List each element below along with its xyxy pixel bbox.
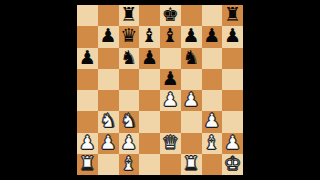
square-h7[interactable]: ♟: [222, 26, 243, 47]
piece-black-knight[interactable]: ♞: [183, 48, 200, 67]
square-d7[interactable]: ♝: [139, 26, 160, 47]
piece-black-pawn[interactable]: ♟: [162, 69, 179, 88]
piece-white-bishop[interactable]: ♝: [120, 154, 137, 173]
square-e7[interactable]: ♝: [160, 26, 181, 47]
piece-black-pawn[interactable]: ♟: [100, 26, 117, 45]
piece-black-king[interactable]: ♚: [162, 5, 179, 24]
piece-white-pawn[interactable]: ♟: [224, 133, 241, 152]
square-a7[interactable]: [77, 26, 98, 47]
piece-white-pawn[interactable]: ♟: [203, 111, 220, 130]
square-f5[interactable]: [181, 69, 202, 90]
square-h1[interactable]: ♚: [222, 154, 243, 175]
square-g3[interactable]: ♟: [202, 111, 223, 132]
square-b8[interactable]: [98, 5, 119, 26]
square-e4[interactable]: ♟: [160, 90, 181, 111]
square-g8[interactable]: [202, 5, 223, 26]
square-d1[interactable]: [139, 154, 160, 175]
piece-black-bishop[interactable]: ♝: [141, 26, 158, 45]
square-d4[interactable]: [139, 90, 160, 111]
square-f1[interactable]: ♜: [181, 154, 202, 175]
square-c1[interactable]: ♝: [119, 154, 140, 175]
square-g2[interactable]: ♝: [202, 133, 223, 154]
square-d5[interactable]: [139, 69, 160, 90]
square-a8[interactable]: [77, 5, 98, 26]
square-e6[interactable]: [160, 48, 181, 69]
square-g6[interactable]: [202, 48, 223, 69]
square-e1[interactable]: [160, 154, 181, 175]
piece-white-queen[interactable]: ♛: [162, 133, 179, 152]
piece-white-pawn[interactable]: ♟: [100, 133, 117, 152]
square-a5[interactable]: [77, 69, 98, 90]
piece-black-pawn[interactable]: ♟: [224, 26, 241, 45]
square-b7[interactable]: ♟: [98, 26, 119, 47]
square-f2[interactable]: [181, 133, 202, 154]
square-g1[interactable]: [202, 154, 223, 175]
square-c5[interactable]: [119, 69, 140, 90]
piece-white-pawn[interactable]: ♟: [120, 133, 137, 152]
square-h3[interactable]: [222, 111, 243, 132]
piece-black-rook[interactable]: ♜: [224, 5, 241, 24]
square-c2[interactable]: ♟: [119, 133, 140, 154]
piece-white-knight[interactable]: ♞: [120, 111, 137, 130]
square-c8[interactable]: ♜: [119, 5, 140, 26]
square-a6[interactable]: ♟: [77, 48, 98, 69]
square-c6[interactable]: ♞: [119, 48, 140, 69]
piece-black-rook[interactable]: ♜: [120, 5, 137, 24]
piece-black-pawn[interactable]: ♟: [203, 26, 220, 45]
piece-black-pawn[interactable]: ♟: [183, 26, 200, 45]
square-a3[interactable]: [77, 111, 98, 132]
square-h5[interactable]: [222, 69, 243, 90]
square-d2[interactable]: [139, 133, 160, 154]
piece-black-queen[interactable]: ♛: [120, 26, 137, 45]
square-b6[interactable]: [98, 48, 119, 69]
square-h8[interactable]: ♜: [222, 5, 243, 26]
square-c7[interactable]: ♛: [119, 26, 140, 47]
square-f7[interactable]: ♟: [181, 26, 202, 47]
square-e3[interactable]: [160, 111, 181, 132]
square-g7[interactable]: ♟: [202, 26, 223, 47]
piece-white-rook[interactable]: ♜: [79, 154, 96, 173]
square-e5[interactable]: ♟: [160, 69, 181, 90]
piece-black-bishop[interactable]: ♝: [162, 26, 179, 45]
square-f3[interactable]: [181, 111, 202, 132]
square-g4[interactable]: [202, 90, 223, 111]
square-b3[interactable]: ♞: [98, 111, 119, 132]
piece-white-pawn[interactable]: ♟: [79, 133, 96, 152]
square-a2[interactable]: ♟: [77, 133, 98, 154]
square-c3[interactable]: ♞: [119, 111, 140, 132]
square-h4[interactable]: [222, 90, 243, 111]
square-b2[interactable]: ♟: [98, 133, 119, 154]
square-f4[interactable]: ♟: [181, 90, 202, 111]
square-f6[interactable]: ♞: [181, 48, 202, 69]
piece-black-pawn[interactable]: ♟: [79, 48, 96, 67]
square-b1[interactable]: [98, 154, 119, 175]
square-e2[interactable]: ♛: [160, 133, 181, 154]
video-frame: { "game": "chess", "position": "2r1k2r/1…: [0, 0, 320, 180]
square-b4[interactable]: [98, 90, 119, 111]
piece-white-king[interactable]: ♚: [224, 154, 241, 173]
square-d3[interactable]: [139, 111, 160, 132]
square-a4[interactable]: [77, 90, 98, 111]
piece-white-bishop[interactable]: ♝: [203, 133, 220, 152]
piece-black-pawn[interactable]: ♟: [141, 48, 158, 67]
square-e8[interactable]: ♚: [160, 5, 181, 26]
piece-white-pawn[interactable]: ♟: [183, 90, 200, 109]
square-g5[interactable]: [202, 69, 223, 90]
square-h6[interactable]: [222, 48, 243, 69]
square-d8[interactable]: [139, 5, 160, 26]
square-h2[interactable]: ♟: [222, 133, 243, 154]
piece-white-rook[interactable]: ♜: [183, 154, 200, 173]
square-b5[interactable]: [98, 69, 119, 90]
piece-white-knight[interactable]: ♞: [100, 111, 117, 130]
piece-white-pawn[interactable]: ♟: [162, 90, 179, 109]
square-d6[interactable]: ♟: [139, 48, 160, 69]
square-c4[interactable]: [119, 90, 140, 111]
square-f8[interactable]: [181, 5, 202, 26]
square-a1[interactable]: ♜: [77, 154, 98, 175]
chess-board: ♜♚♜♟♛♝♝♟♟♟♟♞♟♞♟♟♟♞♞♟♟♟♟♛♝♟♜♝♜♚: [77, 5, 243, 175]
piece-black-knight[interactable]: ♞: [120, 48, 137, 67]
